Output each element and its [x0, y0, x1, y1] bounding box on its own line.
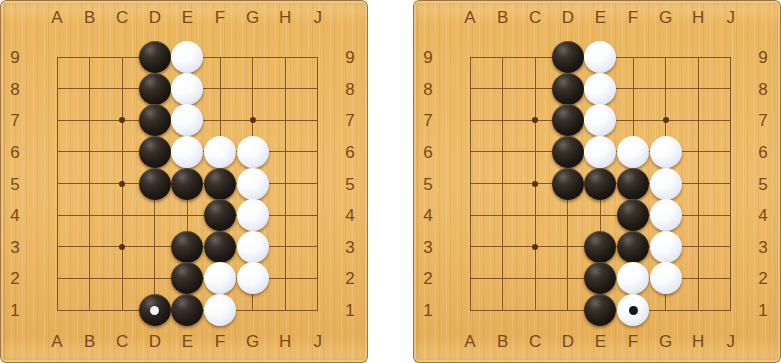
stone-white-E9[interactable]	[584, 41, 616, 73]
coord-label-top-H: H	[692, 9, 704, 26]
stone-white-F1[interactable]	[204, 294, 236, 326]
coord-label-bottom-C: C	[116, 333, 128, 350]
stone-black-D6[interactable]	[139, 136, 171, 168]
stone-white-G6[interactable]	[650, 136, 682, 168]
stone-black-D5[interactable]	[139, 168, 171, 200]
stone-white-G4[interactable]	[237, 199, 269, 231]
coord-label-right-8: 8	[345, 80, 354, 97]
coord-label-right-5: 5	[758, 175, 767, 192]
stone-white-G2[interactable]	[237, 262, 269, 294]
stone-white-E7[interactable]	[584, 104, 616, 136]
coord-label-right-1: 1	[345, 302, 354, 319]
coord-label-right-7: 7	[758, 112, 767, 129]
stone-black-D8[interactable]	[139, 73, 171, 105]
coord-label-right-1: 1	[758, 302, 767, 319]
go-board-left[interactable]: AABBCCDDEEFFGGHHJJ998877665544332211	[0, 0, 368, 363]
coord-label-left-2: 2	[10, 270, 19, 287]
coord-label-left-4: 4	[423, 207, 432, 224]
coord-label-left-5: 5	[423, 175, 432, 192]
coord-label-bottom-C: C	[529, 333, 541, 350]
coord-label-bottom-H: H	[279, 333, 291, 350]
star-point-C3	[119, 244, 125, 250]
last-move-marker-D1	[150, 306, 159, 315]
coord-label-bottom-F: F	[628, 333, 638, 350]
coord-label-right-4: 4	[758, 207, 767, 224]
grid-line-vertical	[285, 57, 286, 310]
stone-black-D9[interactable]	[552, 41, 584, 73]
star-point-C5	[119, 181, 125, 187]
stone-white-E6[interactable]	[171, 136, 203, 168]
stone-white-F6[interactable]	[617, 136, 649, 168]
coord-label-bottom-J: J	[314, 333, 323, 350]
stone-black-D9[interactable]	[139, 41, 171, 73]
coord-label-top-C: C	[116, 9, 128, 26]
page: AABBCCDDEEFFGGHHJJ998877665544332211 AAB…	[0, 0, 781, 363]
stone-white-E9[interactable]	[171, 41, 203, 73]
coord-label-top-B: B	[84, 9, 95, 26]
coord-label-top-F: F	[628, 9, 638, 26]
coord-label-top-D: D	[562, 9, 574, 26]
coord-label-left-8: 8	[423, 80, 432, 97]
coord-label-right-9: 9	[758, 49, 767, 66]
coord-label-top-E: E	[595, 9, 606, 26]
coord-label-left-9: 9	[10, 49, 19, 66]
stone-black-E2[interactable]	[584, 262, 616, 294]
stone-black-D7[interactable]	[139, 104, 171, 136]
star-point-G7	[250, 117, 256, 123]
star-point-C5	[532, 181, 538, 187]
coord-label-top-C: C	[529, 9, 541, 26]
coord-label-right-3: 3	[345, 238, 354, 255]
stone-white-E6[interactable]	[584, 136, 616, 168]
stone-white-F2[interactable]	[617, 262, 649, 294]
coord-label-left-4: 4	[10, 207, 19, 224]
stone-black-E3[interactable]	[171, 231, 203, 263]
grid-line-horizontal	[470, 215, 731, 216]
grid-line-vertical	[698, 57, 699, 310]
stone-black-F3[interactable]	[617, 231, 649, 263]
stone-black-F4[interactable]	[204, 199, 236, 231]
coord-label-top-G: G	[246, 9, 259, 26]
coord-label-top-J: J	[727, 9, 736, 26]
coord-label-right-2: 2	[345, 270, 354, 287]
coord-label-left-1: 1	[10, 302, 19, 319]
coord-label-left-6: 6	[423, 143, 432, 160]
stone-black-D6[interactable]	[552, 136, 584, 168]
coord-label-right-4: 4	[345, 207, 354, 224]
stone-white-G3[interactable]	[650, 231, 682, 263]
coord-label-left-3: 3	[423, 238, 432, 255]
coord-label-right-6: 6	[345, 143, 354, 160]
stone-black-E2[interactable]	[171, 262, 203, 294]
stone-black-E5[interactable]	[171, 168, 203, 200]
coord-label-top-A: A	[51, 9, 62, 26]
coord-label-bottom-G: G	[246, 333, 259, 350]
stone-black-D1[interactable]	[139, 294, 171, 326]
coord-label-left-1: 1	[423, 302, 432, 319]
coord-label-bottom-H: H	[692, 333, 704, 350]
grid-line-horizontal	[57, 215, 318, 216]
coord-label-top-A: A	[464, 9, 475, 26]
star-point-G7	[663, 117, 669, 123]
stone-black-D8[interactable]	[552, 73, 584, 105]
coord-label-bottom-F: F	[215, 333, 225, 350]
coord-label-top-F: F	[215, 9, 225, 26]
stone-white-F1[interactable]	[617, 294, 649, 326]
stone-white-E8[interactable]	[584, 73, 616, 105]
stone-white-G5[interactable]	[650, 168, 682, 200]
stone-white-E7[interactable]	[171, 104, 203, 136]
stone-black-E5[interactable]	[584, 168, 616, 200]
coord-label-left-2: 2	[423, 270, 432, 287]
stone-white-G6[interactable]	[237, 136, 269, 168]
coord-label-top-B: B	[497, 9, 508, 26]
coord-label-bottom-B: B	[84, 333, 95, 350]
coord-label-right-7: 7	[345, 112, 354, 129]
coord-label-bottom-B: B	[497, 333, 508, 350]
coord-label-right-5: 5	[345, 175, 354, 192]
stone-black-D7[interactable]	[552, 104, 584, 136]
coord-label-right-6: 6	[758, 143, 767, 160]
stone-black-F4[interactable]	[617, 199, 649, 231]
stone-white-G5[interactable]	[237, 168, 269, 200]
coord-label-bottom-E: E	[182, 333, 193, 350]
coord-label-top-H: H	[279, 9, 291, 26]
coord-label-right-2: 2	[758, 270, 767, 287]
stone-white-G3[interactable]	[237, 231, 269, 263]
coord-label-top-D: D	[149, 9, 161, 26]
coord-label-bottom-E: E	[595, 333, 606, 350]
stone-black-F5[interactable]	[204, 168, 236, 200]
stone-white-G2[interactable]	[650, 262, 682, 294]
star-point-C7	[532, 117, 538, 123]
last-move-marker-F1	[629, 306, 638, 315]
go-board-right[interactable]: AABBCCDDEEFFGGHHJJ998877665544332211	[413, 0, 781, 363]
coord-label-top-E: E	[182, 9, 193, 26]
coord-label-left-9: 9	[423, 49, 432, 66]
coord-label-left-6: 6	[10, 143, 19, 160]
coord-label-bottom-D: D	[149, 333, 161, 350]
stone-black-E1[interactable]	[171, 294, 203, 326]
coord-label-right-3: 3	[758, 238, 767, 255]
coord-label-top-J: J	[314, 9, 323, 26]
coord-label-left-5: 5	[10, 175, 19, 192]
coord-label-right-8: 8	[758, 80, 767, 97]
coord-label-bottom-A: A	[51, 333, 62, 350]
coord-label-bottom-A: A	[464, 333, 475, 350]
star-point-C7	[119, 117, 125, 123]
stone-black-E3[interactable]	[584, 231, 616, 263]
stone-white-G4[interactable]	[650, 199, 682, 231]
grid-line-vertical	[317, 57, 318, 310]
star-point-C3	[532, 244, 538, 250]
stone-white-E8[interactable]	[171, 73, 203, 105]
coord-label-left-3: 3	[10, 238, 19, 255]
stone-black-D5[interactable]	[552, 168, 584, 200]
stone-white-F2[interactable]	[204, 262, 236, 294]
stone-white-F6[interactable]	[204, 136, 236, 168]
coord-label-right-9: 9	[345, 49, 354, 66]
coord-label-bottom-G: G	[659, 333, 672, 350]
coord-label-left-8: 8	[10, 80, 19, 97]
stone-black-F3[interactable]	[204, 231, 236, 263]
coord-label-left-7: 7	[10, 112, 19, 129]
stone-black-F5[interactable]	[617, 168, 649, 200]
coord-label-bottom-D: D	[562, 333, 574, 350]
stone-black-E1[interactable]	[584, 294, 616, 326]
coord-label-bottom-J: J	[727, 333, 736, 350]
coord-label-top-G: G	[659, 9, 672, 26]
coord-label-left-7: 7	[423, 112, 432, 129]
grid-line-vertical	[730, 57, 731, 310]
